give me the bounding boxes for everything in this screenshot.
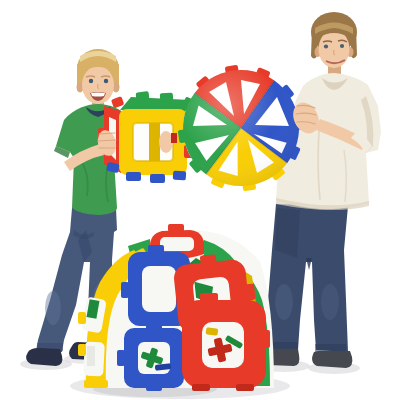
boy-left-eye — [104, 79, 108, 83]
dome-red-arch-bottom — [182, 293, 270, 391]
photo-scene: Two smiling boys playing with giant inte… — [0, 0, 400, 400]
boy-left-shoe-left — [26, 348, 62, 366]
boy-right-foot-right — [312, 351, 352, 368]
scene-canvas — [0, 0, 400, 400]
boy-left-fingers-through-window — [159, 131, 173, 153]
cube-far-frame — [149, 123, 160, 161]
boy-left-eye — [89, 79, 93, 83]
cube-blue-connector — [150, 174, 165, 183]
boy-right-eye — [324, 44, 328, 48]
boy-right-eye — [340, 44, 344, 48]
cube-blue-connector — [126, 172, 141, 181]
